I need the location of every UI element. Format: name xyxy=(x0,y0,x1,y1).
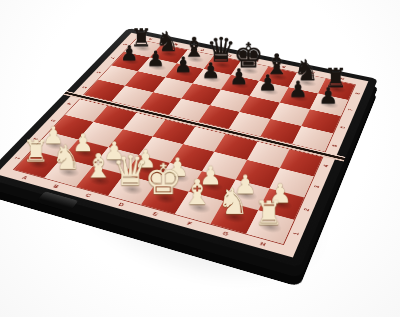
coord-label: 5 xyxy=(81,86,87,89)
coord-label: 1 xyxy=(292,232,300,236)
coord-label: 7 xyxy=(109,57,115,59)
coord-label: 4 xyxy=(66,102,73,105)
coord-label: 1 xyxy=(14,157,21,160)
coord-label: B xyxy=(52,184,60,189)
coord-label: 2 xyxy=(303,207,311,211)
black-pawn: ♟ xyxy=(201,60,220,81)
black-pawn: ♟ xyxy=(229,65,248,86)
black-pawn: ♟ xyxy=(258,72,277,94)
coord-label: E xyxy=(152,211,159,216)
coord-label: 5 xyxy=(331,144,338,147)
white-bishop: ♝ xyxy=(182,175,214,210)
black-pawn: ♟ xyxy=(318,84,338,106)
coord-label: H xyxy=(259,241,266,247)
scene: ABCDEFGH ABCDEFGH 87654321 87654321 ♜♞♝♛… xyxy=(0,0,400,317)
black-pawn: ♟ xyxy=(120,43,138,64)
coord-label: C xyxy=(85,193,92,198)
coord-label: 6 xyxy=(96,71,102,74)
white-bishop: ♝ xyxy=(83,149,113,183)
coord-label: G xyxy=(222,231,230,237)
coord-label: F xyxy=(186,221,193,227)
coord-label: 7 xyxy=(347,108,353,111)
black-pawn: ♟ xyxy=(174,54,193,75)
coord-label: 6 xyxy=(339,126,346,129)
white-rook: ♜ xyxy=(254,196,284,229)
white-knight: ♞ xyxy=(52,141,82,174)
black-pawn: ♟ xyxy=(288,78,308,100)
coord-label: 3 xyxy=(313,185,320,189)
white-king: ♚ xyxy=(145,159,183,201)
coord-label: A xyxy=(21,175,29,180)
white-knight: ♞ xyxy=(217,184,249,220)
black-pawn: ♟ xyxy=(147,48,166,69)
chess-set: ABCDEFGH ABCDEFGH 87654321 87654321 ♜♞♝♛… xyxy=(0,28,378,267)
product-photo: ABCDEFGH ABCDEFGH 87654321 87654321 ♜♞♝♛… xyxy=(0,0,400,317)
board-face: ABCDEFGH ABCDEFGH 87654321 87654321 ♜♞♝♛… xyxy=(0,33,368,258)
coord-label: 8 xyxy=(354,92,360,95)
white-rook: ♜ xyxy=(23,136,50,166)
coord-label: 4 xyxy=(322,164,329,168)
coord-label: D xyxy=(118,202,125,207)
